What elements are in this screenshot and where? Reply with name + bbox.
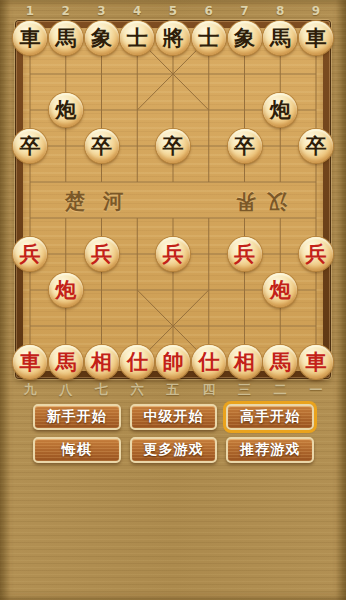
xiangqi-piece[interactable]: 車: [299, 345, 333, 379]
menu-buttons: 新手开始 中级开始 高手开始 悔棋 更多游戏 推荐游戏: [33, 404, 314, 463]
rank-label: 四: [198, 381, 220, 399]
file-label: 5: [162, 4, 184, 18]
xiangqi-piece[interactable]: 馬: [49, 21, 83, 55]
more-games-button[interactable]: 更多游戏: [130, 437, 218, 463]
rank-label: 七: [91, 381, 113, 399]
rank-label: 八: [55, 381, 77, 399]
xiangqi-piece[interactable]: 兵: [156, 237, 190, 271]
rank-label: 一: [305, 381, 327, 399]
start-expert-button[interactable]: 高手开始: [226, 404, 314, 430]
file-label: 2: [55, 4, 77, 18]
file-label: 4: [126, 4, 148, 18]
undo-move-button[interactable]: 悔棋: [33, 437, 121, 463]
xiangqi-piece[interactable]: 馬: [49, 345, 83, 379]
xiangqi-piece[interactable]: 象: [228, 21, 262, 55]
xiangqi-piece[interactable]: 卒: [85, 129, 119, 163]
xiangqi-piece[interactable]: 車: [13, 345, 47, 379]
file-label: 6: [198, 4, 220, 18]
board-frame: 楚河 汉界 車馬象士將士象馬車炮炮卒卒卒卒卒兵兵兵兵兵炮炮車馬相仕帥仕相馬車: [16, 21, 330, 378]
rank-label: 五: [162, 381, 184, 399]
xiangqi-piece[interactable]: 兵: [85, 237, 119, 271]
xiangqi-piece[interactable]: 炮: [49, 93, 83, 127]
xiangqi-piece[interactable]: 相: [228, 345, 262, 379]
rank-label: 六: [126, 381, 148, 399]
rank-label: 二: [269, 381, 291, 399]
xiangqi-piece[interactable]: 車: [299, 21, 333, 55]
rank-label: 九: [19, 381, 41, 399]
xiangqi-piece[interactable]: 卒: [299, 129, 333, 163]
xiangqi-piece[interactable]: 兵: [228, 237, 262, 271]
start-intermediate-button[interactable]: 中级开始: [130, 404, 218, 430]
xiangqi-piece[interactable]: 士: [120, 21, 154, 55]
xiangqi-piece[interactable]: 卒: [13, 129, 47, 163]
river-label-chuhe: 楚河: [65, 188, 141, 215]
xiangqi-piece[interactable]: 炮: [49, 273, 83, 307]
rank-label: 三: [234, 381, 256, 399]
start-beginner-button[interactable]: 新手开始: [33, 404, 121, 430]
xiangqi-piece[interactable]: 帥: [156, 345, 190, 379]
xiangqi-piece[interactable]: 車: [13, 21, 47, 55]
xiangqi-piece[interactable]: 仕: [192, 345, 226, 379]
file-label: 7: [234, 4, 256, 18]
river-label-hanjie: 汉界: [225, 188, 287, 215]
xiangqi-piece[interactable]: 兵: [13, 237, 47, 271]
xiangqi-piece[interactable]: 馬: [263, 21, 297, 55]
xiangqi-app: 123456789 楚河 汉界 車馬象士將士象馬車炮炮卒卒卒卒卒兵兵兵兵兵炮炮車…: [0, 0, 346, 600]
xiangqi-piece[interactable]: 馬: [263, 345, 297, 379]
xiangqi-piece[interactable]: 炮: [263, 273, 297, 307]
xiangqi-board[interactable]: 楚河 汉界 車馬象士將士象馬車炮炮卒卒卒卒卒兵兵兵兵兵炮炮車馬相仕帥仕相馬車: [23, 28, 323, 371]
xiangqi-piece[interactable]: 象: [85, 21, 119, 55]
xiangqi-piece[interactable]: 兵: [299, 237, 333, 271]
xiangqi-piece[interactable]: 士: [192, 21, 226, 55]
xiangqi-piece[interactable]: 卒: [228, 129, 262, 163]
xiangqi-piece[interactable]: 仕: [120, 345, 154, 379]
xiangqi-piece[interactable]: 相: [85, 345, 119, 379]
xiangqi-piece[interactable]: 將: [156, 21, 190, 55]
file-label: 8: [269, 4, 291, 18]
xiangqi-piece[interactable]: 卒: [156, 129, 190, 163]
recommended-games-button[interactable]: 推荐游戏: [226, 437, 314, 463]
file-label: 3: [91, 4, 113, 18]
xiangqi-piece[interactable]: 炮: [263, 93, 297, 127]
file-label: 1: [19, 4, 41, 18]
file-label: 9: [305, 4, 327, 18]
